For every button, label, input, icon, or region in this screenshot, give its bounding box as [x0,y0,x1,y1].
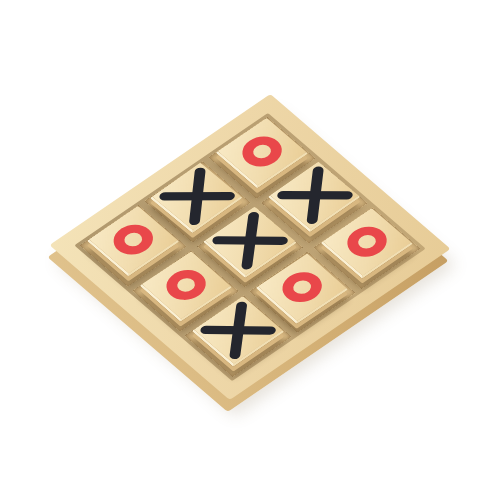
o-mark [340,221,395,263]
o-mark [234,130,289,172]
product-photo-stage [0,0,500,500]
board-grid [74,113,425,381]
tic-tac-toe-board [49,94,450,400]
o-mark [159,264,214,306]
o-mark [105,218,160,260]
o-mark [275,266,330,308]
